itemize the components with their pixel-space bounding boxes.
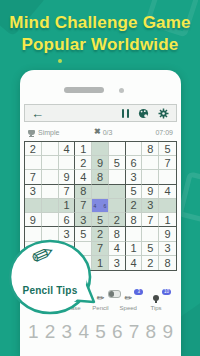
pause-icon[interactable] [122, 109, 130, 118]
sudoku-digit: 1 [63, 199, 69, 211]
difficulty-trophy-icon [28, 130, 35, 135]
sudoku-cell[interactable]: 5 [109, 156, 126, 170]
sudoku-cell[interactable] [59, 156, 76, 170]
sudoku-digit: 9 [147, 185, 153, 197]
sudoku-cell[interactable]: 2 [126, 199, 143, 213]
sudoku-digit: 9 [63, 171, 69, 183]
sudoku-cell[interactable] [42, 213, 59, 227]
numpad-key-9[interactable]: 9 [162, 322, 173, 341]
sudoku-cell[interactable]: 8 [142, 142, 159, 156]
sudoku-digit: 7 [165, 157, 171, 169]
sudoku-cell[interactable]: 5 [159, 142, 176, 156]
sudoku-cell[interactable]: 7 [25, 170, 42, 184]
numpad-key-6[interactable]: 6 [112, 322, 123, 341]
sudoku-digit: 4 [63, 143, 69, 155]
sudoku-cell[interactable]: 8 [92, 170, 109, 184]
sudoku-cell[interactable]: 9 [142, 185, 159, 199]
sudoku-digit: 8 [147, 143, 153, 155]
sudoku-cell[interactable] [159, 170, 176, 184]
tips-icon [153, 292, 159, 303]
sudoku-cell[interactable] [109, 170, 126, 184]
sudoku-digit: 6 [63, 214, 69, 226]
sudoku-digit: 3 [80, 214, 86, 226]
sudoku-cell[interactable] [126, 142, 143, 156]
sudoku-cell[interactable] [159, 199, 176, 213]
sudoku-digit: 4 [165, 185, 171, 197]
sudoku-cell[interactable]: 1 [59, 199, 76, 213]
speed-button[interactable]: ✏3Speed [115, 292, 141, 311]
app-toolbar: ← [24, 104, 177, 122]
sudoku-cell[interactable]: 1 [75, 142, 92, 156]
sudoku-digit: 2 [30, 143, 36, 155]
pencil-tips-bubble: ✏ Pencil Tips [0, 233, 110, 329]
sudoku-cell[interactable]: 2 [25, 142, 42, 156]
sudoku-digit: 1 [130, 242, 136, 254]
sudoku-cell[interactable] [142, 227, 159, 241]
sudoku-cell[interactable]: 4 [126, 256, 143, 270]
sudoku-cell[interactable]: 1 [159, 213, 176, 227]
settings-gear-icon[interactable] [158, 108, 169, 119]
bubble-shape [0, 233, 110, 329]
sudoku-cell[interactable]: 7 [142, 213, 159, 227]
sudoku-cell[interactable]: 6 [59, 213, 76, 227]
sudoku-cell[interactable]: 7 [59, 185, 76, 199]
sudoku-cell[interactable]: 4 [159, 185, 176, 199]
sudoku-cell[interactable]: 46 [92, 199, 109, 213]
sudoku-digit: 5 [97, 214, 103, 226]
sudoku-digit: 3 [30, 185, 36, 197]
sudoku-cell[interactable] [42, 142, 59, 156]
sudoku-digit: 5 [147, 242, 153, 254]
sudoku-digit: 1 [80, 143, 86, 155]
sudoku-cell[interactable] [42, 170, 59, 184]
sudoku-cell[interactable]: 9 [59, 170, 76, 184]
sudoku-cell[interactable] [142, 156, 159, 170]
phone-speaker [64, 87, 104, 93]
pencil-mark: 6 [104, 204, 107, 209]
sudoku-cell[interactable]: 3 [126, 170, 143, 184]
sudoku-digit: 3 [130, 171, 136, 183]
sudoku-digit: 6 [130, 157, 136, 169]
count-badge: 10 [162, 289, 171, 295]
sudoku-cell[interactable]: 2 [75, 156, 92, 170]
sudoku-digit: 2 [80, 157, 86, 169]
sudoku-digit: 7 [30, 171, 36, 183]
sudoku-cell[interactable]: 4 [75, 170, 92, 184]
status-bar: Simple ✖ 0/3 07:09 [24, 126, 177, 138]
pencil-mark: 4 [94, 204, 97, 209]
sudoku-cell[interactable] [126, 227, 143, 241]
sudoku-digit: 8 [80, 185, 86, 197]
palette-icon[interactable] [138, 108, 149, 119]
sudoku-digit: 4 [80, 171, 86, 183]
promo-headline-line2: Popular Worldwide [0, 34, 200, 56]
app-promo-screenshot: Mind Challenge Game Popular Worldwide ← [0, 0, 200, 356]
sudoku-cell[interactable]: 4 [59, 142, 76, 156]
phone-camera-dot [119, 88, 124, 93]
promo-headline-line1: Mind Challenge Game [0, 12, 200, 34]
sudoku-cell[interactable]: 9 [92, 156, 109, 170]
sudoku-cell[interactable]: 3 [25, 185, 42, 199]
sudoku-cell[interactable]: 4 [109, 242, 126, 256]
timer-value: 07:09 [155, 129, 173, 136]
sudoku-cell[interactable]: 3 [142, 199, 159, 213]
sudoku-cell[interactable]: 9 [25, 213, 42, 227]
sudoku-cell[interactable]: 8 [109, 227, 126, 241]
sudoku-digit: 4 [130, 257, 136, 269]
sudoku-digit: 5 [130, 185, 136, 197]
sudoku-digit: 4 [114, 242, 120, 254]
sudoku-cell[interactable]: 8 [126, 213, 143, 227]
sudoku-cell[interactable]: 5 [92, 213, 109, 227]
sudoku-cell[interactable]: 8 [75, 185, 92, 199]
sudoku-digit: 9 [165, 228, 171, 240]
sudoku-digit: 7 [147, 214, 153, 226]
back-arrow-icon[interactable]: ← [31, 107, 44, 120]
sudoku-cell[interactable]: 5 [142, 242, 159, 256]
sudoku-cell[interactable] [92, 185, 109, 199]
speed-pencil-icon: ✏ [124, 292, 132, 303]
bubble-label: Pencil Tips [10, 285, 90, 296]
sudoku-digit: 8 [114, 228, 120, 240]
promo-headline: Mind Challenge Game Popular Worldwide [0, 12, 200, 56]
sudoku-digit: 9 [97, 157, 103, 169]
count-badge: 3 [134, 289, 143, 295]
numpad-key-7[interactable]: 7 [129, 322, 140, 341]
sudoku-digit: 1 [165, 214, 171, 226]
numpad-key-8[interactable]: 8 [146, 322, 157, 341]
sudoku-digit: 7 [80, 199, 86, 211]
sudoku-digit: 2 [114, 214, 120, 226]
sudoku-cell[interactable]: 5 [126, 185, 143, 199]
sudoku-cell[interactable] [42, 199, 59, 213]
sudoku-cell[interactable]: 6 [126, 156, 143, 170]
control-label: Tips [150, 305, 161, 311]
sudoku-cell[interactable]: 8 [159, 256, 176, 270]
sudoku-cell[interactable]: 2 [142, 256, 159, 270]
sudoku-digit: 3 [147, 199, 153, 211]
sudoku-digit: 8 [130, 214, 136, 226]
sudoku-cell[interactable] [42, 156, 59, 170]
sudoku-digit: 8 [97, 171, 103, 183]
sudoku-digit: 2 [130, 199, 136, 211]
sudoku-digit: 2 [147, 257, 153, 269]
sudoku-digit: 7 [63, 185, 69, 197]
sudoku-cell[interactable] [42, 185, 59, 199]
mistakes-count: 0/3 [103, 129, 113, 136]
sudoku-digit: 5 [165, 143, 171, 155]
sudoku-digit: 3 [114, 257, 120, 269]
sudoku-cell[interactable] [109, 185, 126, 199]
sudoku-digit: 9 [30, 214, 36, 226]
sudoku-cell[interactable]: 3 [109, 256, 126, 270]
bg-sparkle [58, 59, 62, 63]
sudoku-digit: 5 [114, 157, 120, 169]
tips-button[interactable]: 10Tips [143, 292, 169, 311]
mistakes-x-icon: ✖ [94, 128, 101, 136]
sudoku-cell[interactable] [109, 199, 126, 213]
sudoku-cell[interactable]: 2 [109, 213, 126, 227]
control-label: Speed [120, 305, 137, 311]
sudoku-cell[interactable] [25, 199, 42, 213]
sudoku-cell[interactable]: 3 [159, 242, 176, 256]
sudoku-cell[interactable]: 7 [75, 199, 92, 213]
sudoku-cell[interactable]: 9 [159, 227, 176, 241]
difficulty-label: Simple [38, 129, 59, 136]
sudoku-digit: 3 [165, 242, 171, 254]
sudoku-digit: 8 [165, 257, 171, 269]
sudoku-cell[interactable] [109, 142, 126, 156]
sudoku-cell[interactable] [92, 142, 109, 156]
sudoku-cell[interactable] [25, 156, 42, 170]
sudoku-cell[interactable]: 7 [159, 156, 176, 170]
sudoku-cell[interactable]: 1 [126, 242, 143, 256]
sudoku-cell[interactable] [142, 170, 159, 184]
sudoku-cell[interactable]: 3 [75, 213, 92, 227]
